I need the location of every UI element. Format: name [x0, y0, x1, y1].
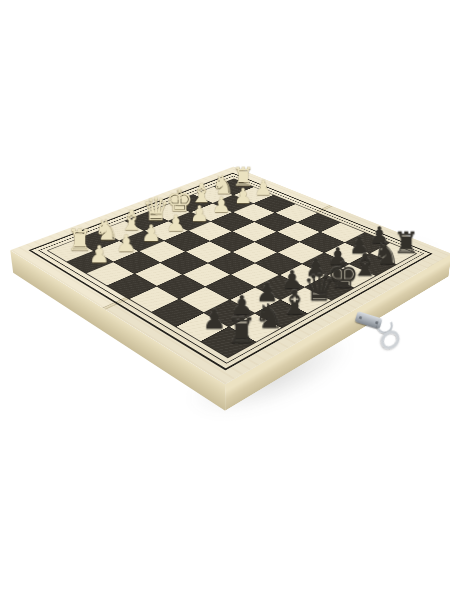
board-square — [298, 213, 340, 231]
black-queen: ♛ — [302, 269, 337, 306]
black-pawn: ♟ — [364, 224, 395, 247]
black-rook: ♜ — [390, 228, 422, 257]
photo-canvas: ♜♞♝♛♚♝♞♜♟♟♟♟♟♟♟♟♟♟♟♟♟♟♟♟♜♞♝♛♚♝♞♜ — [0, 0, 450, 600]
board-square: ♜ — [48, 240, 92, 261]
metal-clasp — [347, 307, 408, 360]
board-square: ♛ — [281, 288, 330, 313]
